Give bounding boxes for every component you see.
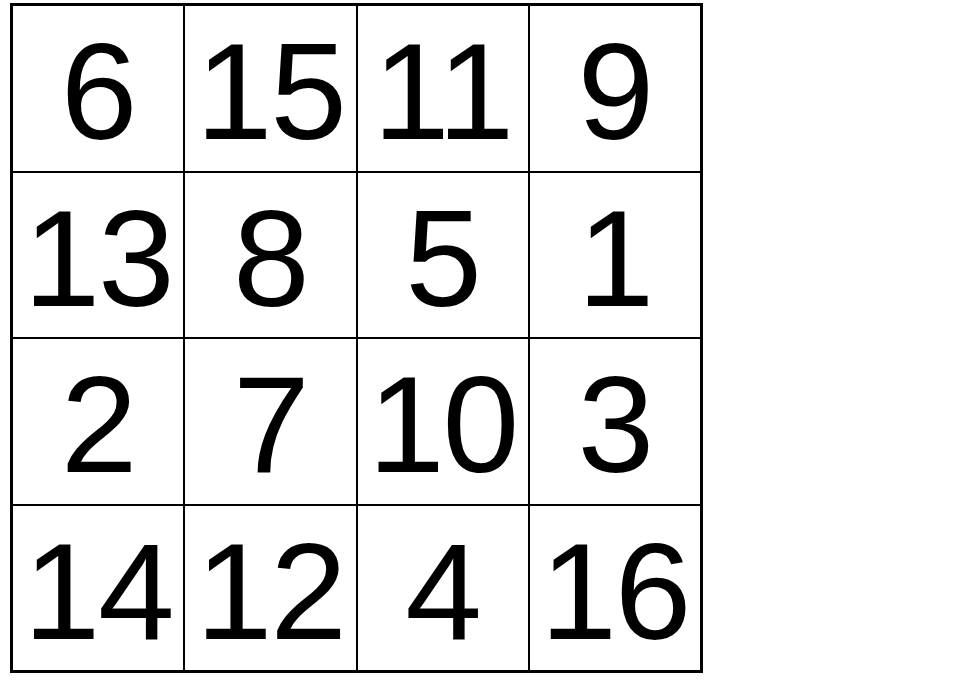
cell-r2c4[interactable]: 1	[530, 173, 700, 338]
cell-r1c3[interactable]: 11	[358, 6, 528, 171]
cell-r4c2[interactable]: 12	[185, 506, 355, 671]
cell-r3c2[interactable]: 7	[185, 339, 355, 504]
cell-r1c2[interactable]: 15	[185, 6, 355, 171]
cell-r4c1[interactable]: 14	[13, 506, 183, 671]
cell-r3c4[interactable]: 3	[530, 339, 700, 504]
cell-r4c4[interactable]: 16	[530, 506, 700, 671]
cell-r3c1[interactable]: 2	[13, 339, 183, 504]
cell-r1c4[interactable]: 9	[530, 6, 700, 171]
cell-r2c1[interactable]: 13	[13, 173, 183, 338]
cell-r3c3[interactable]: 10	[358, 339, 528, 504]
cell-r1c1[interactable]: 6	[13, 6, 183, 171]
cell-r2c3[interactable]: 5	[358, 173, 528, 338]
cell-r2c2[interactable]: 8	[185, 173, 355, 338]
cell-r4c3[interactable]: 4	[358, 506, 528, 671]
number-grid-board: 6 15 11 9 13 8 5 1 2 7 10 3 14 12 4 16	[10, 3, 703, 673]
